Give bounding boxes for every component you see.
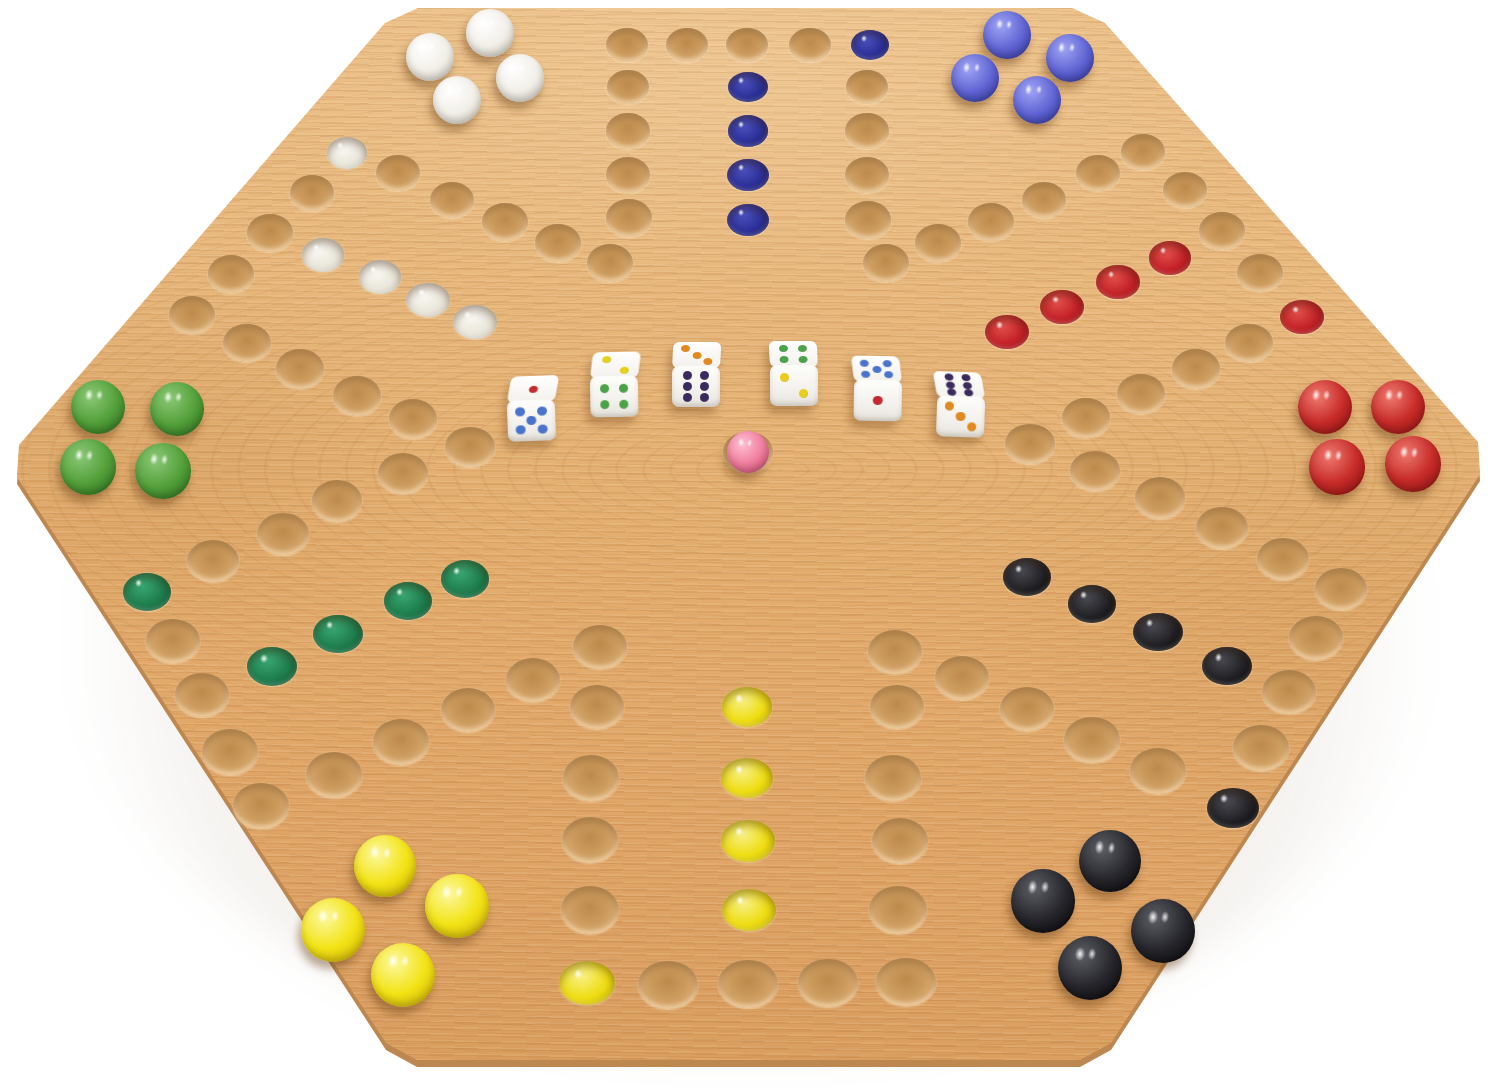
paint-sheen bbox=[1291, 305, 1299, 313]
die-pip bbox=[683, 393, 693, 402]
die-pip bbox=[619, 400, 629, 409]
board bbox=[0, 0, 1500, 1092]
track-hole bbox=[868, 630, 921, 674]
track-hole bbox=[1070, 451, 1120, 492]
track-hole bbox=[1130, 748, 1186, 794]
marble-highlight bbox=[1027, 880, 1038, 895]
track-hole bbox=[915, 224, 961, 261]
marble-highlight bbox=[149, 452, 159, 465]
marble-highlight bbox=[428, 42, 435, 52]
die-pip bbox=[516, 426, 526, 435]
marble-blue[interactable] bbox=[951, 54, 999, 102]
home-hole-green bbox=[441, 560, 489, 598]
track-hole bbox=[798, 959, 858, 1008]
track-hole bbox=[1117, 374, 1165, 414]
track-hole bbox=[208, 255, 254, 293]
track-hole bbox=[562, 817, 619, 864]
paint-sheen bbox=[1146, 619, 1155, 628]
paint-sheen bbox=[738, 76, 745, 84]
die-2-showing-2[interactable] bbox=[589, 352, 638, 419]
die-pip bbox=[683, 371, 693, 380]
die-4-showing-4[interactable] bbox=[770, 341, 818, 407]
marble-highlight bbox=[1087, 948, 1096, 961]
paint-sheen bbox=[860, 35, 867, 42]
die-pip bbox=[946, 388, 956, 395]
marble-highlight bbox=[973, 63, 980, 73]
track-hole bbox=[1172, 349, 1220, 388]
track-hole bbox=[276, 349, 324, 388]
start-hole-red bbox=[1280, 300, 1324, 334]
marble-green[interactable] bbox=[60, 439, 115, 494]
track-hole bbox=[1076, 155, 1120, 191]
track-hole bbox=[333, 376, 382, 416]
paint-sheen bbox=[464, 310, 472, 318]
die-top-face bbox=[851, 356, 902, 383]
track-hole bbox=[666, 28, 708, 62]
home-hole-yellow bbox=[722, 687, 773, 727]
track-hole bbox=[726, 28, 768, 62]
die-pip bbox=[956, 412, 966, 421]
die-pip bbox=[700, 393, 710, 402]
die-pip bbox=[945, 402, 955, 411]
die-front-face bbox=[770, 365, 818, 406]
marble-blue[interactable] bbox=[1013, 76, 1062, 125]
die-front-face bbox=[936, 395, 985, 438]
marble-highlight bbox=[1025, 83, 1034, 95]
marble-highlight bbox=[746, 439, 752, 448]
marble-highlight bbox=[1005, 20, 1012, 30]
track-hole bbox=[563, 755, 619, 801]
home-hole-black bbox=[1068, 585, 1117, 623]
die-pip bbox=[860, 359, 870, 366]
marble-highlight bbox=[1040, 881, 1049, 894]
track-hole bbox=[845, 113, 888, 149]
track-hole bbox=[1262, 670, 1316, 714]
home-hole-yellow bbox=[721, 758, 773, 799]
paint-sheen bbox=[734, 764, 743, 774]
paint-sheen bbox=[259, 654, 268, 664]
die-6-showing-6[interactable] bbox=[936, 371, 986, 439]
marble-highlight bbox=[1058, 42, 1067, 53]
die-pip bbox=[882, 360, 892, 367]
home-hole-red bbox=[1040, 290, 1084, 324]
die-top-face bbox=[507, 375, 560, 403]
track-hole bbox=[175, 673, 229, 717]
marble-highlight bbox=[1068, 43, 1075, 53]
track-hole bbox=[535, 224, 581, 261]
track-hole bbox=[257, 513, 308, 555]
marble-highlight bbox=[382, 846, 391, 859]
marble-red[interactable] bbox=[1371, 380, 1425, 434]
marble-highlight bbox=[1323, 390, 1331, 401]
track-hole bbox=[1225, 324, 1273, 363]
track-hole bbox=[561, 886, 619, 934]
die-pip bbox=[620, 366, 630, 373]
track-hole bbox=[872, 818, 929, 865]
start-hole-white bbox=[327, 137, 368, 169]
track-hole bbox=[1196, 507, 1247, 549]
track-hole bbox=[1064, 717, 1119, 762]
die-pip bbox=[602, 356, 612, 363]
track-hole bbox=[247, 214, 292, 251]
paint-sheen bbox=[1220, 794, 1229, 804]
marble-highlight bbox=[400, 954, 409, 967]
die-pip bbox=[967, 422, 977, 431]
track-hole bbox=[441, 688, 495, 733]
die-pip bbox=[944, 374, 954, 381]
track-hole bbox=[445, 427, 494, 468]
die-pip bbox=[780, 373, 790, 382]
track-hole bbox=[870, 685, 924, 730]
die-pip bbox=[600, 384, 610, 393]
home-hole-black bbox=[1003, 558, 1051, 596]
die-pip bbox=[964, 389, 974, 396]
track-hole bbox=[1022, 182, 1067, 219]
track-hole bbox=[1233, 725, 1288, 770]
track-hole bbox=[587, 244, 633, 282]
marble-highlight bbox=[1074, 946, 1086, 961]
track-hole bbox=[606, 113, 649, 149]
track-hole bbox=[865, 755, 921, 801]
marble-highlight bbox=[995, 19, 1004, 30]
track-hole bbox=[606, 157, 650, 193]
paint-sheen bbox=[1051, 295, 1058, 303]
start-hole-blue bbox=[851, 30, 890, 60]
paint-sheen bbox=[396, 588, 404, 597]
track-hole bbox=[1257, 538, 1309, 580]
die-pip bbox=[799, 356, 808, 363]
track-hole bbox=[223, 324, 271, 363]
track-hole bbox=[845, 201, 890, 238]
track-hole bbox=[845, 157, 889, 193]
marble-white[interactable] bbox=[466, 9, 514, 57]
track-hole bbox=[1237, 254, 1283, 292]
home-hole-green bbox=[247, 647, 297, 686]
die-pip bbox=[683, 382, 693, 391]
marble-blue[interactable] bbox=[983, 11, 1031, 59]
die-pip bbox=[703, 358, 712, 365]
home-hole-white bbox=[453, 305, 497, 339]
track-hole bbox=[482, 203, 527, 240]
start-hole-green bbox=[123, 573, 172, 611]
home-hole-blue bbox=[727, 204, 769, 237]
marble-pink[interactable] bbox=[727, 431, 769, 473]
track-hole bbox=[718, 960, 778, 1009]
marble-highlight bbox=[1323, 448, 1333, 461]
track-hole bbox=[169, 296, 216, 335]
home-hole-yellow bbox=[721, 820, 774, 861]
die-pip bbox=[861, 371, 871, 378]
track-hole bbox=[863, 244, 909, 282]
marble-highlight bbox=[508, 62, 517, 74]
marble-highlight bbox=[330, 910, 339, 923]
paint-sheen bbox=[417, 288, 424, 296]
marble-highlight bbox=[175, 392, 183, 403]
track-hole bbox=[968, 203, 1013, 240]
paint-sheen bbox=[135, 579, 143, 588]
home-hole-yellow bbox=[722, 889, 776, 931]
die-pip bbox=[872, 365, 882, 372]
die-pip bbox=[692, 352, 701, 359]
paint-sheen bbox=[369, 266, 376, 274]
die-top-face bbox=[769, 341, 818, 367]
paint-sheen bbox=[312, 244, 319, 252]
home-hole-white bbox=[406, 283, 449, 317]
track-hole bbox=[1315, 568, 1367, 611]
marble-highlight bbox=[161, 453, 169, 464]
marble-highlight bbox=[441, 885, 452, 900]
track-hole bbox=[312, 480, 363, 521]
track-hole bbox=[430, 182, 475, 219]
marble-highlight bbox=[1411, 446, 1419, 457]
die-pip bbox=[883, 372, 893, 379]
die-pip bbox=[537, 406, 547, 415]
marble-highlight bbox=[1160, 911, 1169, 924]
marble-highlight bbox=[387, 953, 399, 968]
home-hole-white bbox=[359, 260, 402, 294]
home-hole-red bbox=[1149, 241, 1192, 274]
track-hole bbox=[573, 625, 626, 669]
track-hole bbox=[376, 155, 420, 191]
track-hole bbox=[607, 70, 650, 105]
marble-highlight bbox=[1399, 445, 1409, 458]
marble-green[interactable] bbox=[71, 380, 125, 434]
die-pip bbox=[779, 356, 788, 363]
pieces-layer bbox=[0, 0, 1500, 1092]
marble-highlight bbox=[963, 62, 972, 74]
home-hole-blue bbox=[728, 115, 768, 146]
paint-sheen bbox=[737, 209, 744, 217]
die-pip bbox=[873, 396, 883, 405]
marble-red[interactable] bbox=[1385, 436, 1440, 491]
track-hole bbox=[869, 886, 927, 934]
paint-sheen bbox=[326, 621, 335, 630]
marble-highlight bbox=[86, 449, 94, 460]
start-hole-black bbox=[1207, 788, 1260, 829]
marble-highlight bbox=[478, 17, 487, 28]
track-hole bbox=[846, 70, 889, 105]
die-pip bbox=[528, 385, 538, 392]
die-pip bbox=[962, 382, 972, 389]
marble-highlight bbox=[1094, 840, 1105, 855]
track-hole bbox=[146, 619, 199, 663]
marble-black[interactable] bbox=[1011, 869, 1074, 932]
track-hole bbox=[202, 729, 257, 774]
marble-highlight bbox=[1035, 84, 1042, 94]
track-hole bbox=[389, 399, 438, 439]
track-hole bbox=[1135, 477, 1185, 518]
die-pip bbox=[526, 416, 536, 425]
marble-blue[interactable] bbox=[1046, 34, 1094, 82]
die-pip bbox=[798, 345, 807, 352]
paint-sheen bbox=[734, 693, 743, 703]
track-hole bbox=[506, 658, 560, 702]
die-pip bbox=[961, 374, 971, 381]
marble-white[interactable] bbox=[496, 54, 544, 102]
home-hole-black bbox=[1133, 613, 1182, 652]
die-front-face bbox=[590, 376, 639, 418]
home-hole-green bbox=[313, 615, 362, 654]
home-hole-green bbox=[384, 582, 433, 620]
marble-highlight bbox=[445, 83, 454, 95]
home-hole-red bbox=[1096, 265, 1139, 299]
home-hole-black bbox=[1202, 647, 1252, 686]
home-hole-blue bbox=[727, 159, 768, 191]
track-hole bbox=[1289, 616, 1342, 660]
track-hole bbox=[789, 28, 831, 62]
die-pip bbox=[619, 384, 629, 393]
marble-highlight bbox=[1107, 841, 1116, 854]
die-top-face bbox=[590, 352, 641, 379]
marble-green[interactable] bbox=[150, 382, 204, 436]
marble-yellow[interactable] bbox=[371, 943, 436, 1008]
track-hole bbox=[606, 199, 651, 236]
track-hole bbox=[606, 28, 648, 62]
track-hole bbox=[1199, 212, 1244, 249]
paint-sheen bbox=[1080, 591, 1088, 600]
die-1-showing-1[interactable] bbox=[506, 375, 556, 443]
paint-sheen bbox=[1107, 270, 1114, 278]
die-pip bbox=[700, 371, 710, 380]
die-pip bbox=[779, 345, 788, 352]
die-pip bbox=[538, 425, 548, 434]
marble-yellow[interactable] bbox=[425, 874, 488, 937]
paint-sheen bbox=[738, 164, 745, 172]
paint-sheen bbox=[573, 968, 583, 979]
track-hole bbox=[233, 783, 289, 829]
paint-sheen bbox=[337, 142, 344, 150]
paint-sheen bbox=[1214, 653, 1223, 663]
die-top-face bbox=[672, 342, 721, 368]
marble-highlight bbox=[317, 908, 328, 923]
marble-white[interactable] bbox=[433, 76, 482, 125]
marble-highlight bbox=[454, 886, 463, 899]
marble-highlight bbox=[1311, 389, 1321, 402]
home-hole-red bbox=[985, 315, 1029, 349]
paint-sheen bbox=[453, 566, 461, 575]
die-pip bbox=[681, 345, 690, 352]
marble-highlight bbox=[1147, 909, 1158, 924]
track-hole bbox=[1062, 398, 1111, 438]
die-pip bbox=[799, 389, 809, 398]
track-hole bbox=[378, 453, 428, 494]
die-3-showing-3[interactable] bbox=[672, 342, 720, 408]
die-front-face bbox=[853, 380, 902, 422]
track-hole bbox=[876, 958, 936, 1007]
marble-highlight bbox=[1384, 389, 1394, 402]
marble-highlight bbox=[737, 438, 745, 448]
die-pip bbox=[515, 407, 525, 416]
track-hole bbox=[570, 685, 624, 730]
track-hole bbox=[638, 961, 698, 1010]
marble-black[interactable] bbox=[1058, 936, 1122, 1000]
start-hole-yellow bbox=[559, 961, 615, 1004]
track-hole bbox=[1121, 134, 1165, 170]
die-pip bbox=[700, 382, 710, 391]
marble-yellow[interactable] bbox=[301, 898, 365, 962]
home-hole-white bbox=[302, 238, 345, 271]
die-front-face bbox=[507, 399, 556, 442]
track-hole bbox=[187, 540, 239, 582]
paint-sheen bbox=[735, 895, 744, 905]
die-pip bbox=[945, 381, 955, 388]
marble-black[interactable] bbox=[1079, 830, 1141, 892]
marble-red[interactable] bbox=[1309, 439, 1364, 494]
paint-sheen bbox=[996, 320, 1004, 328]
track-hole bbox=[306, 752, 362, 798]
paint-sheen bbox=[1159, 247, 1166, 255]
marble-highlight bbox=[369, 845, 380, 860]
track-hole bbox=[935, 656, 989, 700]
marble-highlight bbox=[455, 84, 462, 94]
marble-white[interactable] bbox=[406, 33, 454, 81]
marble-green[interactable] bbox=[135, 443, 190, 498]
marble-black[interactable] bbox=[1131, 899, 1195, 963]
marble-highlight bbox=[418, 41, 427, 52]
track-hole bbox=[373, 719, 428, 764]
marble-highlight bbox=[74, 448, 84, 461]
marble-highlight bbox=[1335, 449, 1343, 460]
paint-sheen bbox=[738, 120, 745, 128]
marble-highlight bbox=[96, 390, 104, 401]
die-5-showing-5[interactable] bbox=[853, 356, 902, 423]
marble-highlight bbox=[163, 391, 173, 404]
marble-highlight bbox=[84, 389, 94, 402]
die-pip bbox=[600, 400, 610, 409]
paint-sheen bbox=[1015, 564, 1023, 573]
home-hole-blue bbox=[728, 72, 768, 103]
track-hole bbox=[1005, 424, 1054, 465]
marble-yellow[interactable] bbox=[354, 835, 417, 898]
marble-highlight bbox=[488, 18, 495, 28]
die-front-face bbox=[672, 366, 720, 407]
marble-red[interactable] bbox=[1298, 380, 1352, 434]
track-hole bbox=[1163, 172, 1208, 209]
paint-sheen bbox=[735, 827, 744, 837]
track-hole bbox=[290, 175, 335, 212]
marble-highlight bbox=[518, 63, 525, 73]
die-top-face bbox=[933, 371, 986, 399]
marble-highlight bbox=[1396, 390, 1404, 401]
track-hole bbox=[1000, 687, 1054, 732]
